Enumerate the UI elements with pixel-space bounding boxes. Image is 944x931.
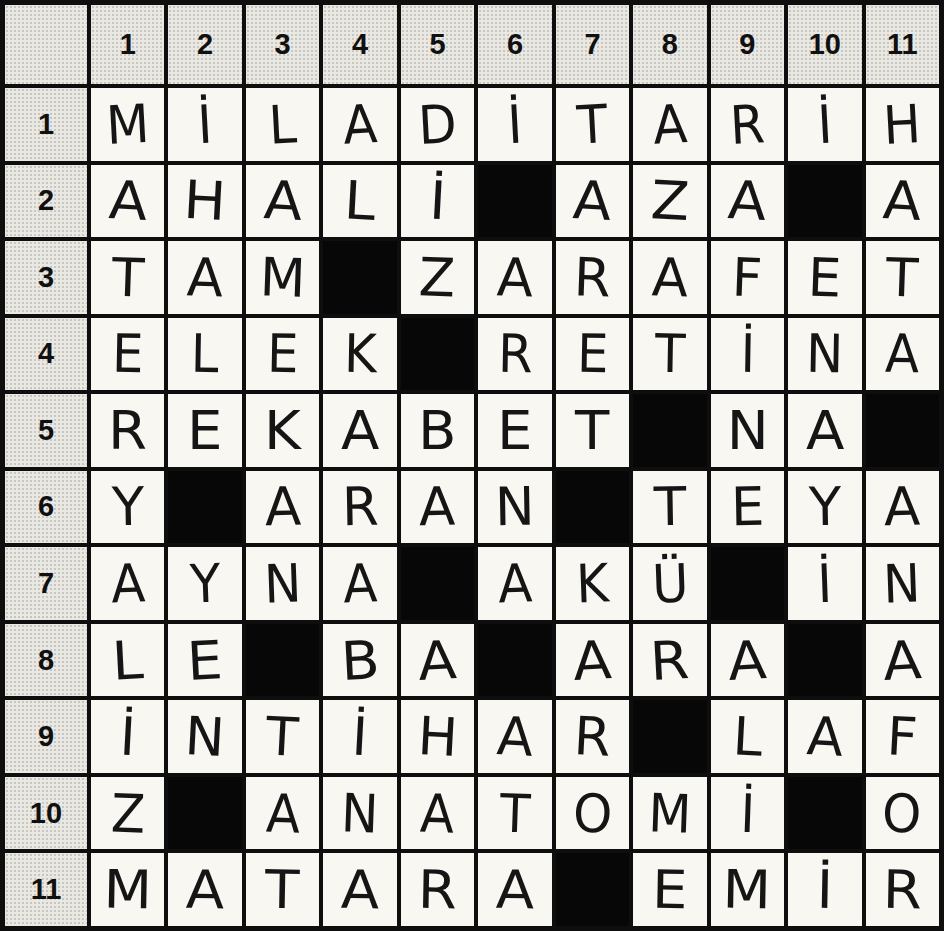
cell-r11c10[interactable]: İ xyxy=(788,853,861,926)
cell-r5c9[interactable]: N xyxy=(711,394,784,467)
handwritten-letter: M xyxy=(105,97,151,152)
handwritten-letter: E xyxy=(652,863,688,917)
handwritten-letter: T xyxy=(111,250,145,304)
cell-r4c4[interactable]: K xyxy=(323,318,396,391)
cell-r2c6-black xyxy=(478,165,551,238)
cell-r11c4[interactable]: A xyxy=(323,853,396,926)
cell-r4c9[interactable]: İ xyxy=(711,318,784,391)
col-header-9: 9 xyxy=(711,5,784,84)
cell-r9c6[interactable]: A xyxy=(478,700,551,773)
cell-r8c6-black xyxy=(478,624,551,697)
cell-r1c7[interactable]: T xyxy=(556,88,629,161)
cell-r7c7[interactable]: K xyxy=(556,547,629,620)
cell-r11c5[interactable]: R xyxy=(401,853,474,926)
handwritten-letter: İ xyxy=(740,327,756,380)
cell-r2c8[interactable]: Z xyxy=(633,165,706,238)
cell-r11c11[interactable]: R xyxy=(866,853,939,926)
handwritten-letter: İ xyxy=(506,97,523,151)
handwritten-letter: R xyxy=(882,863,922,917)
handwritten-letter: F xyxy=(731,250,763,304)
cell-r6c5[interactable]: A xyxy=(401,471,474,544)
handwritten-letter: E xyxy=(186,633,224,688)
cell-r8c3-black xyxy=(246,624,319,697)
handwritten-letter: T xyxy=(265,709,300,764)
cell-r3c3[interactable]: M xyxy=(246,241,319,314)
cell-r10c11[interactable]: O xyxy=(866,777,939,850)
cell-r6c3[interactable]: A xyxy=(246,471,319,544)
cell-r2c4[interactable]: L xyxy=(323,165,396,238)
cell-r11c6[interactable]: A xyxy=(478,853,551,926)
cell-r11c9[interactable]: M xyxy=(711,853,784,926)
cell-r4c11[interactable]: A xyxy=(866,318,939,391)
handwritten-letter: B xyxy=(339,633,380,688)
cell-r6c7-black xyxy=(556,471,629,544)
crossword-board: 12345678910111MİLADİTARİH2AHALİAZAA3TAMZ… xyxy=(0,0,944,931)
handwritten-letter: T xyxy=(499,786,531,840)
cell-r7c5-black xyxy=(401,547,474,620)
cell-r1c8[interactable]: A xyxy=(633,88,706,161)
handwritten-letter: T xyxy=(265,863,300,917)
handwritten-letter: A xyxy=(882,633,923,688)
handwritten-letter: A xyxy=(340,863,379,917)
handwritten-letter: N xyxy=(495,480,536,534)
handwritten-letter: L xyxy=(731,709,763,763)
handwritten-letter: A xyxy=(495,709,534,764)
cell-r5c5[interactable]: B xyxy=(401,394,474,467)
cell-r5c6[interactable]: E xyxy=(478,394,551,467)
cell-r8c1[interactable]: L xyxy=(91,624,164,697)
row-header-5: 5 xyxy=(5,394,87,467)
cell-r9c2[interactable]: N xyxy=(168,700,241,773)
cell-r3c8[interactable]: A xyxy=(633,241,706,314)
handwritten-letter: A xyxy=(342,556,378,610)
col-header-2: 2 xyxy=(168,5,241,84)
cell-r10c9[interactable]: İ xyxy=(711,777,784,850)
cell-r1c3[interactable]: L xyxy=(246,88,319,161)
cell-r2c5[interactable]: İ xyxy=(401,165,474,238)
handwritten-letter: E xyxy=(266,327,298,381)
handwritten-letter: L xyxy=(267,97,297,151)
cell-r8c7[interactable]: A xyxy=(556,624,629,697)
handwritten-letter: K xyxy=(264,404,301,457)
cell-r2c1[interactable]: A xyxy=(91,165,164,238)
cell-r1c11[interactable]: H xyxy=(866,88,939,161)
handwritten-letter: E xyxy=(576,327,608,381)
row-header-10: 10 xyxy=(5,777,87,850)
cell-r5c4[interactable]: A xyxy=(323,394,396,467)
col-header-6: 6 xyxy=(478,5,551,84)
cell-r11c8[interactable]: E xyxy=(633,853,706,926)
handwritten-letter: L xyxy=(343,174,377,229)
cell-r2c7[interactable]: A xyxy=(556,165,629,238)
handwritten-letter: A xyxy=(885,327,920,381)
cell-r3c5[interactable]: Z xyxy=(401,241,474,314)
handwritten-letter: A xyxy=(110,556,146,610)
row-header-3: 3 xyxy=(5,241,87,314)
handwritten-letter: A xyxy=(805,709,844,764)
handwritten-letter: İ xyxy=(816,97,833,151)
cell-r6c10[interactable]: Y xyxy=(788,471,861,544)
cell-r4c6[interactable]: R xyxy=(478,318,551,391)
col-header-7: 7 xyxy=(556,5,629,84)
cell-r10c7[interactable]: O xyxy=(556,777,629,850)
cell-r9c1[interactable]: İ xyxy=(91,700,164,773)
handwritten-letter: R xyxy=(573,250,612,304)
handwritten-letter: A xyxy=(495,863,534,917)
cell-r2c10-black xyxy=(788,165,861,238)
handwritten-letter: T xyxy=(654,327,685,381)
cell-r8c4[interactable]: B xyxy=(323,624,396,697)
cell-r4c10[interactable]: N xyxy=(788,318,861,391)
cell-r3c9[interactable]: F xyxy=(711,241,784,314)
handwritten-letter: Y xyxy=(189,557,221,611)
cell-r9c10[interactable]: A xyxy=(788,700,861,773)
cell-r5c10[interactable]: A xyxy=(788,394,861,467)
handwritten-letter: A xyxy=(265,786,301,840)
cell-r10c2-black xyxy=(168,777,241,850)
handwritten-letter: İ xyxy=(351,710,369,764)
cell-r7c9-black xyxy=(711,547,784,620)
cell-r7c3[interactable]: N xyxy=(246,547,319,620)
handwritten-letter: M xyxy=(259,250,307,305)
handwritten-letter: A xyxy=(727,633,768,688)
handwritten-letter: R xyxy=(573,709,613,764)
handwritten-letter: Y xyxy=(808,480,841,534)
cell-r3c10[interactable]: E xyxy=(788,241,861,314)
handwritten-letter: R xyxy=(497,327,533,381)
cell-r7c6[interactable]: A xyxy=(478,547,551,620)
cell-r5c1[interactable]: R xyxy=(91,394,164,467)
handwritten-letter: A xyxy=(342,97,379,152)
handwritten-letter: N xyxy=(806,327,844,381)
cell-r8c9[interactable]: A xyxy=(711,624,784,697)
cell-r11c1[interactable]: M xyxy=(91,853,164,926)
cell-r7c8[interactable]: Ü xyxy=(633,547,706,620)
handwritten-letter: A xyxy=(806,404,844,457)
handwritten-letter: N xyxy=(263,556,302,610)
handwritten-letter: N xyxy=(184,709,226,764)
handwritten-letter: İ xyxy=(196,97,213,151)
cell-r5c7[interactable]: T xyxy=(556,394,629,467)
handwritten-letter: A xyxy=(420,786,456,840)
handwritten-letter: N xyxy=(726,404,768,457)
col-header-1: 1 xyxy=(91,5,164,84)
cell-r8c5[interactable]: A xyxy=(401,624,474,697)
cell-r1c6[interactable]: İ xyxy=(478,88,551,161)
handwritten-letter: A xyxy=(727,173,768,228)
handwritten-letter: T xyxy=(575,404,609,457)
cell-r1c2[interactable]: İ xyxy=(168,88,241,161)
row-header-6: 6 xyxy=(5,471,87,544)
cell-r9c4[interactable]: İ xyxy=(323,700,396,773)
handwritten-letter: A xyxy=(107,173,148,228)
cell-r6c1[interactable]: Y xyxy=(91,471,164,544)
handwritten-letter: A xyxy=(186,250,224,304)
cell-r5c8-black xyxy=(633,394,706,467)
cell-r10c6[interactable]: T xyxy=(478,777,551,850)
cell-r6c11[interactable]: A xyxy=(866,471,939,544)
cell-r1c10[interactable]: İ xyxy=(788,88,861,161)
cell-r2c9[interactable]: A xyxy=(711,165,784,238)
handwritten-letter: M xyxy=(723,863,772,917)
cell-r3c1[interactable]: T xyxy=(91,241,164,314)
col-header-5: 5 xyxy=(401,5,474,84)
cell-r10c1[interactable]: Z xyxy=(91,777,164,850)
handwritten-letter: D xyxy=(417,97,458,152)
handwritten-letter: M xyxy=(647,786,692,840)
handwritten-letter: H xyxy=(183,173,228,228)
handwritten-letter: R xyxy=(341,480,379,534)
handwritten-letter: A xyxy=(185,863,224,917)
handwritten-letter: A xyxy=(572,633,613,688)
row-header-1: 1 xyxy=(5,88,87,161)
cell-r4c7[interactable]: E xyxy=(556,318,629,391)
cell-r2c2[interactable]: H xyxy=(168,165,241,238)
handwritten-letter: T xyxy=(885,250,919,304)
handwritten-letter: E xyxy=(112,327,144,381)
cell-r10c3[interactable]: A xyxy=(246,777,319,850)
cell-r6c6[interactable]: N xyxy=(478,471,551,544)
handwritten-letter: K xyxy=(343,327,377,381)
handwritten-letter: L xyxy=(111,633,145,688)
handwritten-letter: O xyxy=(572,786,613,840)
handwritten-letter: E xyxy=(730,480,764,534)
cell-r3c11[interactable]: T xyxy=(866,241,939,314)
handwritten-letter: Z xyxy=(418,250,456,304)
row-header-7: 7 xyxy=(5,547,87,620)
handwritten-letter: E xyxy=(807,250,842,304)
cell-r6c8[interactable]: T xyxy=(633,471,706,544)
cell-r8c2[interactable]: E xyxy=(168,624,241,697)
handwritten-letter: Z xyxy=(110,786,146,840)
corner-cell xyxy=(5,5,87,84)
cell-r2c11[interactable]: A xyxy=(866,165,939,238)
handwritten-letter: A xyxy=(882,173,923,228)
handwritten-letter: R xyxy=(418,863,458,917)
handwritten-letter: B xyxy=(418,404,457,457)
handwritten-letter: E xyxy=(497,404,533,457)
cell-r7c10[interactable]: İ xyxy=(788,547,861,620)
cell-r9c3[interactable]: T xyxy=(246,700,319,773)
cell-r1c1[interactable]: M xyxy=(91,88,164,161)
handwritten-letter: K xyxy=(575,556,610,610)
col-header-8: 8 xyxy=(633,5,706,84)
handwritten-letter: A xyxy=(262,173,303,228)
row-header-2: 2 xyxy=(5,165,87,238)
cell-r6c2-black xyxy=(168,471,241,544)
cell-r6c4[interactable]: R xyxy=(323,471,396,544)
cell-r5c2[interactable]: E xyxy=(168,394,241,467)
cell-r11c3[interactable]: T xyxy=(246,853,319,926)
col-header-10: 10 xyxy=(788,5,861,84)
handwritten-letter: T xyxy=(653,480,686,534)
cell-r7c2[interactable]: Y xyxy=(168,547,241,620)
cell-r5c11-black xyxy=(866,394,939,467)
cell-r4c5-black xyxy=(401,318,474,391)
handwritten-letter: A xyxy=(651,97,688,152)
cell-r3c7[interactable]: R xyxy=(556,241,629,314)
handwritten-letter: Y xyxy=(111,480,144,534)
handwritten-letter: M xyxy=(103,863,152,917)
cell-r8c8[interactable]: R xyxy=(633,624,706,697)
handwritten-letter: İ xyxy=(428,174,447,228)
handwritten-letter: E xyxy=(187,404,223,457)
cell-r9c7[interactable]: R xyxy=(556,700,629,773)
row-header-9: 9 xyxy=(5,700,87,773)
handwritten-letter: A xyxy=(419,480,456,534)
cell-r8c10-black xyxy=(788,624,861,697)
handwritten-letter: Z xyxy=(649,173,690,228)
cell-r9c9[interactable]: L xyxy=(711,700,784,773)
handwritten-letter: A xyxy=(417,633,458,688)
cell-r10c5[interactable]: A xyxy=(401,777,474,850)
row-header-8: 8 xyxy=(5,624,87,697)
cell-r11c7-black xyxy=(556,853,629,926)
handwritten-letter: L xyxy=(191,327,220,380)
cell-r1c5[interactable]: D xyxy=(401,88,474,161)
row-header-4: 4 xyxy=(5,318,87,391)
cell-r4c3[interactable]: E xyxy=(246,318,319,391)
cell-r7c1[interactable]: A xyxy=(91,547,164,620)
cell-r10c8[interactable]: M xyxy=(633,777,706,850)
cell-r3c2[interactable]: A xyxy=(168,241,241,314)
handwritten-letter: H xyxy=(416,709,459,764)
col-header-3: 3 xyxy=(246,5,319,84)
handwritten-letter: A xyxy=(884,480,921,534)
handwritten-letter: H xyxy=(882,97,922,152)
cell-r7c4[interactable]: A xyxy=(323,547,396,620)
cell-r1c9[interactable]: R xyxy=(711,88,784,161)
handwritten-letter: A xyxy=(264,480,301,534)
handwritten-letter: F xyxy=(886,709,919,764)
cell-r8c11[interactable]: A xyxy=(866,624,939,697)
handwritten-letter: İ xyxy=(817,557,834,610)
cell-r3c6[interactable]: A xyxy=(478,241,551,314)
handwritten-letter: O xyxy=(882,786,923,840)
handwritten-letter: A xyxy=(341,404,379,457)
cell-r9c5[interactable]: H xyxy=(401,700,474,773)
handwritten-letter: R xyxy=(729,97,766,152)
cell-r3c4-black xyxy=(323,241,396,314)
col-header-4: 4 xyxy=(323,5,396,84)
handwritten-letter: Ü xyxy=(651,556,689,610)
cell-r9c8-black xyxy=(633,700,706,773)
handwritten-letter: N xyxy=(341,786,380,840)
cell-r6c9[interactable]: E xyxy=(711,471,784,544)
cell-r5c3[interactable]: K xyxy=(246,394,319,467)
handwritten-letter: A xyxy=(496,250,534,304)
handwritten-letter: N xyxy=(883,556,922,610)
cell-r10c10-black xyxy=(788,777,861,850)
cell-r4c1[interactable]: E xyxy=(91,318,164,391)
cell-r11c2[interactable]: A xyxy=(168,853,241,926)
handwritten-letter: R xyxy=(649,633,691,688)
cell-r4c2[interactable]: L xyxy=(168,318,241,391)
handwritten-letter: İ xyxy=(739,786,756,839)
row-header-11: 11 xyxy=(5,853,87,926)
handwritten-letter: İ xyxy=(816,863,834,916)
cell-r4c8[interactable]: T xyxy=(633,318,706,391)
cell-r1c4[interactable]: A xyxy=(323,88,396,161)
cell-r9c11[interactable]: F xyxy=(866,700,939,773)
cell-r10c4[interactable]: N xyxy=(323,777,396,850)
cell-r2c3[interactable]: A xyxy=(246,165,319,238)
handwritten-letter: R xyxy=(108,404,147,457)
handwritten-letter: A xyxy=(497,556,533,610)
col-header-11: 11 xyxy=(866,5,939,84)
handwritten-letter: A xyxy=(651,250,689,304)
handwritten-letter: A xyxy=(572,173,613,228)
cell-r7c11[interactable]: N xyxy=(866,547,939,620)
handwritten-letter: İ xyxy=(119,710,137,764)
handwritten-letter: T xyxy=(576,97,609,152)
